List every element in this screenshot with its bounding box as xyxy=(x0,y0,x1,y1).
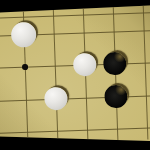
screenshot-frame xyxy=(0,0,150,150)
grid-vline xyxy=(53,9,59,143)
board-grid xyxy=(0,0,150,150)
grid-vline xyxy=(143,6,149,140)
grid-hline xyxy=(0,126,150,134)
star-point-marker xyxy=(22,64,28,70)
grid-hline xyxy=(0,94,150,102)
black-stone[interactable] xyxy=(104,84,128,108)
white-stone[interactable] xyxy=(44,86,68,110)
black-stone[interactable] xyxy=(103,52,127,76)
white-stone[interactable] xyxy=(11,22,37,48)
white-stone[interactable] xyxy=(73,53,97,77)
go-board[interactable] xyxy=(0,0,150,150)
